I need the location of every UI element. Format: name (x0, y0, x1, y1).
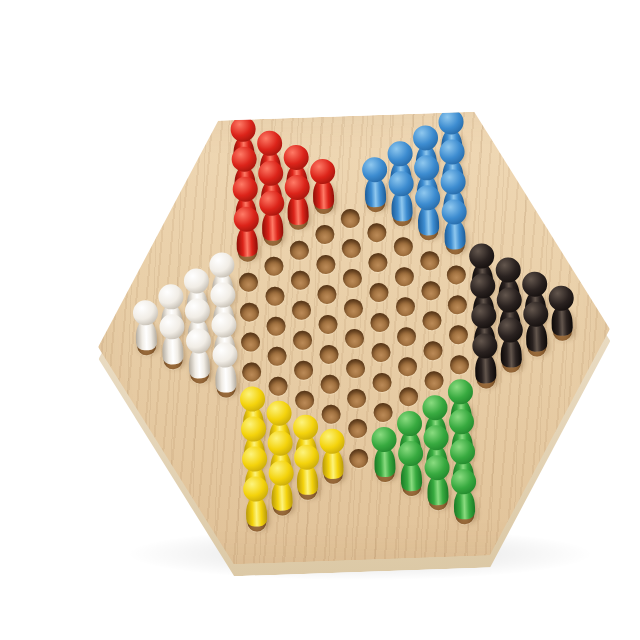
hole[interactable] (421, 280, 441, 300)
peg-head (257, 160, 283, 186)
hole[interactable] (342, 268, 362, 288)
peg-yellow[interactable] (267, 460, 296, 511)
hole[interactable] (394, 266, 414, 286)
peg-head (521, 271, 547, 297)
hole[interactable] (343, 298, 363, 318)
hole[interactable] (318, 314, 338, 334)
hole[interactable] (265, 286, 285, 306)
peg-head (132, 300, 158, 326)
peg-black[interactable] (470, 333, 499, 384)
peg-head (233, 206, 259, 232)
peg-head (231, 146, 257, 172)
peg-head (361, 157, 387, 183)
peg-head (447, 379, 473, 405)
peg-head (292, 414, 318, 440)
hole[interactable] (238, 272, 258, 292)
peg-yellow[interactable] (292, 444, 321, 495)
peg-head (184, 298, 210, 324)
peg-blue[interactable] (360, 157, 389, 208)
hole[interactable] (347, 418, 367, 438)
hole[interactable] (424, 370, 444, 390)
peg-black[interactable] (496, 317, 525, 368)
peg-head (397, 441, 423, 467)
hole[interactable] (422, 310, 442, 330)
peg-head (449, 439, 475, 465)
hole[interactable] (240, 332, 260, 352)
peg-red[interactable] (308, 159, 337, 210)
hole[interactable] (321, 404, 341, 424)
chinese-checkers-board (90, 107, 617, 569)
peg-blue[interactable] (413, 185, 442, 236)
peg-head (414, 185, 440, 211)
peg-head (388, 171, 414, 197)
hole[interactable] (341, 238, 361, 258)
peg-head (387, 141, 413, 167)
hole[interactable] (266, 316, 286, 336)
hole[interactable] (348, 448, 368, 468)
peg-white[interactable] (131, 300, 160, 351)
peg-white[interactable] (211, 342, 240, 393)
peg-head (470, 303, 496, 329)
hole[interactable] (294, 390, 314, 410)
hole[interactable] (398, 386, 418, 406)
hole[interactable] (393, 236, 413, 256)
board-scene (90, 107, 617, 569)
peg-head (208, 252, 234, 278)
hole[interactable] (241, 362, 261, 382)
hole[interactable] (264, 256, 284, 276)
peg-blue[interactable] (440, 199, 469, 250)
hole[interactable] (345, 358, 365, 378)
peg-black[interactable] (521, 301, 550, 352)
hole[interactable] (289, 240, 309, 260)
hole[interactable] (315, 224, 335, 244)
hole[interactable] (370, 312, 390, 332)
peg-head (371, 427, 397, 453)
hole[interactable] (366, 222, 386, 242)
hole[interactable] (447, 295, 467, 315)
hole[interactable] (268, 376, 288, 396)
peg-head (159, 314, 185, 340)
hole[interactable] (346, 388, 366, 408)
hole[interactable] (267, 346, 287, 366)
peg-head (440, 169, 466, 195)
peg-head (450, 469, 476, 495)
hole[interactable] (395, 296, 415, 316)
peg-head (413, 155, 439, 181)
peg-green[interactable] (423, 455, 452, 506)
peg-head (469, 273, 495, 299)
peg-head (230, 116, 256, 142)
hole[interactable] (320, 374, 340, 394)
hole[interactable] (446, 265, 466, 285)
hole[interactable] (371, 342, 391, 362)
peg-green[interactable] (370, 427, 399, 478)
peg-head (183, 268, 209, 294)
hole[interactable] (319, 344, 339, 364)
hole[interactable] (420, 250, 440, 270)
peg-head (471, 333, 497, 359)
hole[interactable] (316, 254, 336, 274)
peg-head (209, 282, 235, 308)
peg-head (441, 199, 467, 225)
peg-head (232, 176, 258, 202)
hole[interactable] (449, 355, 469, 375)
peg-red[interactable] (257, 190, 286, 241)
hole[interactable] (369, 282, 389, 302)
peg-head (267, 430, 293, 456)
peg-head (266, 400, 292, 426)
hole[interactable] (340, 208, 360, 228)
peg-head (258, 190, 284, 216)
peg-head (423, 425, 449, 451)
hole[interactable] (291, 300, 311, 320)
peg-head (439, 139, 465, 165)
hole[interactable] (293, 360, 313, 380)
hole[interactable] (344, 328, 364, 348)
peg-head (293, 444, 319, 470)
peg-white[interactable] (184, 328, 213, 379)
product-photo (0, 0, 640, 640)
peg-yellow[interactable] (241, 476, 270, 527)
peg-head (239, 386, 265, 412)
hole[interactable] (373, 402, 393, 422)
peg-head (256, 130, 282, 156)
peg-head (242, 476, 268, 502)
peg-head (448, 409, 474, 435)
peg-head (283, 144, 309, 170)
peg-head (424, 455, 450, 481)
peg-head (241, 446, 267, 472)
peg-head (319, 428, 345, 454)
hole[interactable] (423, 340, 443, 360)
hole[interactable] (372, 372, 392, 392)
peg-head (158, 284, 184, 310)
peg-head (211, 312, 237, 338)
hole[interactable] (448, 325, 468, 345)
hole[interactable] (290, 270, 310, 290)
peg-black[interactable] (547, 285, 576, 336)
peg-green[interactable] (449, 469, 478, 520)
hole[interactable] (397, 356, 417, 376)
peg-red[interactable] (232, 206, 261, 257)
peg-red[interactable] (283, 174, 312, 225)
peg-head (268, 460, 294, 486)
peg-head (496, 287, 522, 313)
hole[interactable] (368, 252, 388, 272)
hole[interactable] (239, 302, 259, 322)
peg-head (309, 159, 335, 185)
hole[interactable] (292, 330, 312, 350)
peg-green[interactable] (396, 441, 425, 492)
peg-yellow[interactable] (318, 428, 347, 479)
peg-head (240, 416, 266, 442)
peg-white[interactable] (158, 314, 187, 365)
peg-head (396, 411, 422, 437)
hole[interactable] (317, 284, 337, 304)
peg-head (522, 301, 548, 327)
peg-head (185, 328, 211, 354)
peg-head (497, 317, 523, 343)
peg-head (495, 257, 521, 283)
peg-head (438, 109, 464, 135)
peg-head (422, 395, 448, 421)
peg-head (284, 174, 310, 200)
peg-blue[interactable] (387, 171, 416, 222)
peg-head (412, 125, 438, 151)
peg-head (212, 342, 238, 368)
peg-head (548, 285, 574, 311)
hole[interactable] (396, 326, 416, 346)
peg-head (468, 243, 494, 269)
